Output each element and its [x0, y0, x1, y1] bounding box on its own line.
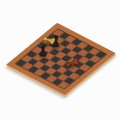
chess-board — [6, 23, 116, 95]
photo-canvas — [0, 0, 120, 120]
board-grid — [15, 28, 108, 89]
